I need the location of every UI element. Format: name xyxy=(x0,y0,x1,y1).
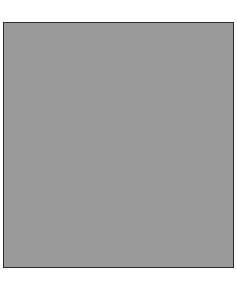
book-page xyxy=(0,0,237,295)
chess-board xyxy=(3,22,234,268)
